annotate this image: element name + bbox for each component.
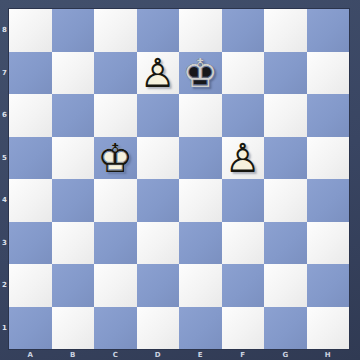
square-h8[interactable] [307,9,350,52]
square-c8[interactable] [94,9,137,52]
square-f7[interactable] [222,52,265,95]
square-f5[interactable]: ♟♙ [222,137,265,180]
rank-label-3: 3 [0,222,9,265]
square-f3[interactable] [222,222,265,265]
square-g1[interactable] [264,307,307,350]
square-b7[interactable] [52,52,95,95]
square-e6[interactable] [179,94,222,137]
piece-black-king[interactable]: ♚♔ [179,52,222,95]
square-g2[interactable] [264,264,307,307]
square-e8[interactable] [179,9,222,52]
square-a8[interactable] [9,9,52,52]
square-b1[interactable] [52,307,95,350]
file-label-g: G [264,349,307,360]
square-g7[interactable] [264,52,307,95]
white-pawn-outline: ♙ [222,137,265,180]
square-b5[interactable] [52,137,95,180]
square-b2[interactable] [52,264,95,307]
square-b4[interactable] [52,179,95,222]
square-a4[interactable] [9,179,52,222]
rank-label-1: 1 [0,307,9,350]
square-c4[interactable] [94,179,137,222]
white-king-outline: ♔ [94,137,137,180]
square-h3[interactable] [307,222,350,265]
square-a2[interactable] [9,264,52,307]
square-d2[interactable] [137,264,180,307]
square-a1[interactable] [9,307,52,350]
rank-label-6: 6 [0,94,9,137]
square-c1[interactable] [94,307,137,350]
file-labels: ABCDEFGH [9,349,349,360]
square-d1[interactable] [137,307,180,350]
square-c6[interactable] [94,94,137,137]
rank-label-5: 5 [0,137,9,180]
square-e5[interactable] [179,137,222,180]
chessboard-frame: 87654321 ABCDEFGH ♟♙♚♔♚♔♟♙ [0,0,360,360]
file-label-f: F [222,349,265,360]
square-b6[interactable] [52,94,95,137]
file-label-b: B [52,349,95,360]
rank-label-2: 2 [0,264,9,307]
square-g5[interactable] [264,137,307,180]
square-a3[interactable] [9,222,52,265]
square-e1[interactable] [179,307,222,350]
rank-labels: 87654321 [0,9,9,349]
square-d7[interactable]: ♟♙ [137,52,180,95]
square-e2[interactable] [179,264,222,307]
square-g6[interactable] [264,94,307,137]
square-c5[interactable]: ♚♔ [94,137,137,180]
square-g4[interactable] [264,179,307,222]
square-d3[interactable] [137,222,180,265]
square-c3[interactable] [94,222,137,265]
square-h6[interactable] [307,94,350,137]
square-g8[interactable] [264,9,307,52]
square-e4[interactable] [179,179,222,222]
piece-white-king[interactable]: ♚♔ [94,137,137,180]
white-pawn-outline: ♙ [137,52,180,95]
chessboard: ♟♙♚♔♚♔♟♙ [9,9,349,349]
square-h2[interactable] [307,264,350,307]
rank-label-8: 8 [0,9,9,52]
square-c2[interactable] [94,264,137,307]
square-h1[interactable] [307,307,350,350]
piece-white-pawn[interactable]: ♟♙ [222,137,265,180]
square-g3[interactable] [264,222,307,265]
square-b8[interactable] [52,9,95,52]
square-a7[interactable] [9,52,52,95]
square-f4[interactable] [222,179,265,222]
square-f8[interactable] [222,9,265,52]
square-h7[interactable] [307,52,350,95]
square-e3[interactable] [179,222,222,265]
square-d4[interactable] [137,179,180,222]
square-c7[interactable] [94,52,137,95]
file-label-d: D [137,349,180,360]
square-h5[interactable] [307,137,350,180]
square-f1[interactable] [222,307,265,350]
rank-label-7: 7 [0,52,9,95]
file-label-c: C [94,349,137,360]
square-h4[interactable] [307,179,350,222]
square-a6[interactable] [9,94,52,137]
square-e7[interactable]: ♚♔ [179,52,222,95]
square-f2[interactable] [222,264,265,307]
square-b3[interactable] [52,222,95,265]
square-f6[interactable] [222,94,265,137]
file-label-e: E [179,349,222,360]
file-label-a: A [9,349,52,360]
piece-white-pawn[interactable]: ♟♙ [137,52,180,95]
square-d5[interactable] [137,137,180,180]
rank-label-4: 4 [0,179,9,222]
square-d6[interactable] [137,94,180,137]
square-a5[interactable] [9,137,52,180]
file-label-h: H [307,349,350,360]
black-king-outline: ♔ [179,52,222,95]
square-d8[interactable] [137,9,180,52]
